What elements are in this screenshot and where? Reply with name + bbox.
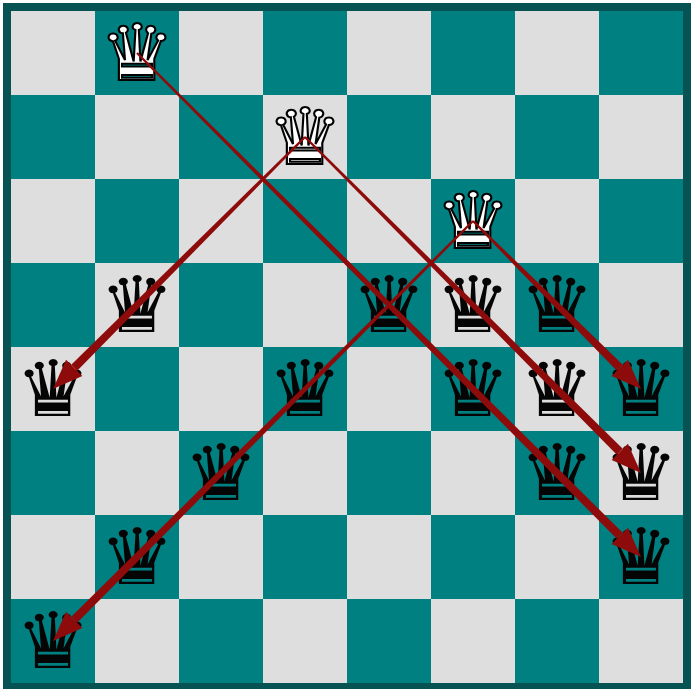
white-queen-b8[interactable]: ♛ [92,11,183,95]
board-frame: ♛♛♛♛♛♛♛♛♛♛♛♛♛♛♛♛♛♛ [3,3,691,689]
black-queen-h3[interactable]: ♛ [596,431,687,515]
black-queen-b5[interactable]: ♛ [92,263,183,347]
board-pieces: ♛♛♛♛♛♛♛♛♛♛♛♛♛♛♛♛♛♛ [11,11,683,683]
black-queen-h4[interactable]: ♛ [596,347,687,431]
white-queen-d7[interactable]: ♛ [260,95,351,179]
chess-board: ♛♛♛♛♛♛♛♛♛♛♛♛♛♛♛♛♛♛ [11,11,683,683]
black-queen-d4[interactable]: ♛ [260,347,351,431]
white-queen-f6[interactable]: ♛ [428,179,519,263]
black-queen-a1[interactable]: ♛ [8,599,99,683]
black-queen-b2[interactable]: ♛ [92,515,183,599]
black-queen-a4[interactable]: ♛ [8,347,99,431]
black-queen-f4[interactable]: ♛ [428,347,519,431]
black-queen-g4[interactable]: ♛ [512,347,603,431]
black-queen-g5[interactable]: ♛ [512,263,603,347]
black-queen-c3[interactable]: ♛ [176,431,267,515]
black-queen-g3[interactable]: ♛ [512,431,603,515]
black-queen-e5[interactable]: ♛ [344,263,435,347]
black-queen-h2[interactable]: ♛ [596,515,687,599]
black-queen-f5[interactable]: ♛ [428,263,519,347]
